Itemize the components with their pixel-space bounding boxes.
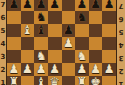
square-h4[interactable]: [102, 37, 116, 50]
rank-label-3: 3: [0, 53, 6, 62]
rank-label-6: 6: [0, 14, 6, 23]
square-b2[interactable]: ♟: [21, 63, 35, 76]
square-e1[interactable]: [62, 76, 76, 85]
white-pawn-icon: ♟: [63, 37, 74, 50]
square-g7[interactable]: ♟: [89, 0, 103, 11]
chess-app-screenshot: 7654321 ♟♟♟♟♟♟♟♞♞♝♝♟♟♞♞♟♟♟♟♟♟♟♜♝♛♜♚ 7654…: [0, 0, 125, 85]
black-pawn-icon: ♟: [8, 0, 19, 11]
square-d5[interactable]: [48, 24, 62, 37]
white-bishop-icon: ♝: [22, 24, 33, 37]
square-g5[interactable]: [89, 24, 103, 37]
square-c1[interactable]: ♝: [34, 76, 48, 85]
square-b5[interactable]: ♝: [21, 24, 35, 37]
square-a7[interactable]: ♟: [7, 0, 21, 11]
square-d7[interactable]: ♟: [48, 0, 62, 11]
rank-label-1: 1: [117, 79, 125, 85]
square-e3[interactable]: [62, 50, 76, 63]
black-bishop-icon: ♝: [36, 24, 47, 37]
square-h2[interactable]: ♟: [102, 63, 116, 76]
square-g6[interactable]: [89, 11, 103, 24]
white-pawn-icon: ♟: [104, 63, 115, 76]
square-b4[interactable]: [21, 37, 35, 50]
black-pawn-icon: ♟: [104, 0, 115, 11]
white-bishop-icon: ♝: [36, 76, 47, 85]
square-e2[interactable]: [62, 63, 76, 76]
square-d4[interactable]: [48, 37, 62, 50]
square-b7[interactable]: ♟: [21, 0, 35, 11]
square-d1[interactable]: ♛: [48, 76, 62, 85]
white-rook-icon: ♜: [8, 76, 19, 85]
square-h5[interactable]: [102, 24, 116, 37]
rank-label-1: 1: [0, 79, 6, 85]
square-e7[interactable]: [62, 0, 76, 11]
black-pawn-icon: ♟: [49, 0, 60, 11]
rank-labels-right: 7654321: [116, 0, 125, 85]
square-b1[interactable]: [21, 76, 35, 85]
square-f5[interactable]: [75, 24, 89, 37]
rank-label-4: 4: [117, 40, 125, 49]
black-pawn-icon: ♟: [22, 0, 33, 11]
square-a4[interactable]: [7, 37, 21, 50]
rank-label-4: 4: [0, 40, 6, 49]
rank-label-3: 3: [117, 53, 125, 62]
square-a5[interactable]: [7, 24, 21, 37]
square-f1[interactable]: ♜: [75, 76, 89, 85]
square-f6[interactable]: ♞: [75, 11, 89, 24]
rank-label-6: 6: [117, 14, 125, 23]
square-a1[interactable]: ♜: [7, 76, 21, 85]
black-knight-icon: ♞: [77, 11, 88, 24]
rank-label-7: 7: [0, 1, 6, 10]
square-e4[interactable]: ♟: [62, 37, 76, 50]
square-g1[interactable]: ♚: [89, 76, 103, 85]
chess-board: ♟♟♟♟♟♟♟♞♞♝♝♟♟♞♞♟♟♟♟♟♟♟♜♝♛♜♚: [7, 0, 116, 85]
rank-labels-left: 7654321: [0, 0, 7, 85]
rank-label-2: 2: [117, 66, 125, 75]
rank-label-5: 5: [0, 27, 6, 36]
white-king-icon: ♚: [90, 76, 101, 85]
square-h1[interactable]: [102, 76, 116, 85]
rank-label-2: 2: [0, 66, 6, 75]
square-g4[interactable]: [89, 37, 103, 50]
square-h7[interactable]: ♟: [102, 0, 116, 11]
white-queen-icon: ♛: [49, 76, 60, 85]
white-pawn-icon: ♟: [22, 63, 33, 76]
square-a6[interactable]: [7, 11, 21, 24]
square-c5[interactable]: ♝: [34, 24, 48, 37]
rank-label-5: 5: [117, 27, 125, 36]
square-d6[interactable]: [48, 11, 62, 24]
square-h6[interactable]: [102, 11, 116, 24]
white-rook-icon: ♜: [77, 76, 88, 85]
black-pawn-icon: ♟: [90, 0, 101, 11]
rank-label-7: 7: [117, 1, 125, 10]
